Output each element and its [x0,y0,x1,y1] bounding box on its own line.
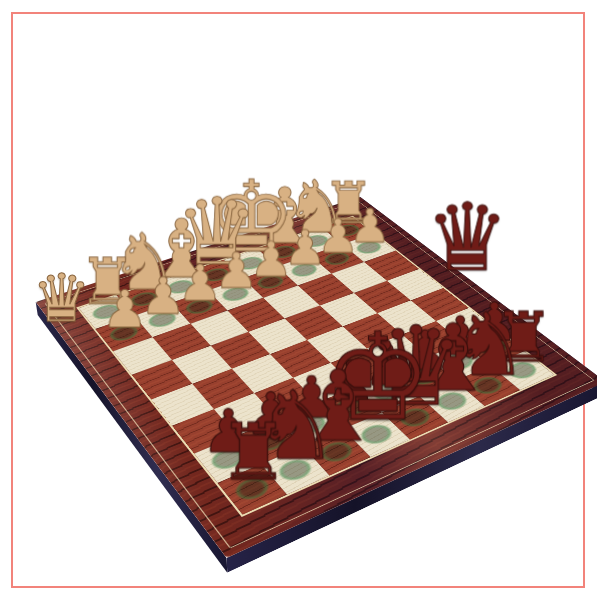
square-h2[interactable]: ♟ [95,316,152,351]
chess-board: ♜♞♝♛♚♝♞♜♟♟♟♟♟♟♟♟♟♟♟♟♟♟♟♟♜♞♝♚♛♝♞♜ ♛ [35,197,597,558]
product-photo: ♜♞♝♛♚♝♞♜♟♟♟♟♟♟♟♟♟♟♟♟♟♟♟♟♜♞♝♚♛♝♞♜ ♛ ♛ [0,0,597,600]
square-h8[interactable]: ♜ [217,464,286,514]
red-rook[interactable]: ♜ [176,416,328,490]
white-spare-queen[interactable]: ♛ [32,266,91,332]
red-spare-queen[interactable]: ♛ [425,191,496,284]
